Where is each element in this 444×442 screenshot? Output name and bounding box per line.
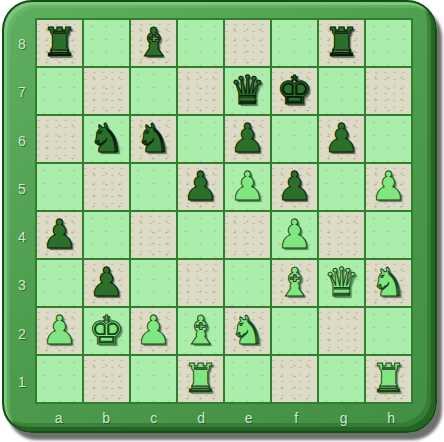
file-label: a [35,406,83,430]
square-d3[interactable] [178,260,223,306]
square-g6[interactable]: ♟ [319,116,364,162]
square-c5[interactable] [131,164,176,210]
square-e2[interactable]: ♞ [225,308,270,354]
chess-board: ♜♝♜♛♚♞♞♟♟♟♟♟♟♟♟♟♝♛♞♟♚♟♝♞♜♜ [35,18,413,404]
black-pawn[interactable]: ♟ [324,118,360,158]
square-g3[interactable]: ♛ [319,260,364,306]
square-e7[interactable]: ♛ [225,68,270,114]
square-g2[interactable] [319,308,364,354]
square-h8[interactable] [366,20,411,66]
file-label: b [83,406,131,430]
black-rook[interactable]: ♜ [42,22,78,62]
square-a3[interactable] [37,260,82,306]
square-b7[interactable] [84,68,129,114]
rank-label: 3 [10,261,34,309]
file-label: g [320,406,368,430]
file-label: d [178,406,226,430]
white-pawn[interactable]: ♟ [371,166,407,206]
rank-label: 4 [10,213,34,261]
white-knight[interactable]: ♞ [230,310,266,350]
square-a1[interactable] [37,356,82,402]
square-f6[interactable] [272,116,317,162]
file-label: h [368,406,416,430]
square-h3[interactable]: ♞ [366,260,411,306]
square-d2[interactable]: ♝ [178,308,223,354]
black-pawn[interactable]: ♟ [230,118,266,158]
square-a8[interactable]: ♜ [37,20,82,66]
white-bishop[interactable]: ♝ [183,310,219,350]
square-d1[interactable]: ♜ [178,356,223,402]
rank-label: 5 [10,165,34,213]
square-g8[interactable]: ♜ [319,20,364,66]
square-h4[interactable] [366,212,411,258]
file-label: e [225,406,273,430]
square-e4[interactable] [225,212,270,258]
square-c1[interactable] [131,356,176,402]
file-label: f [273,406,321,430]
black-bishop[interactable]: ♝ [136,22,172,62]
rank-label: 2 [10,310,34,358]
rank-label: 6 [10,117,34,165]
square-c8[interactable]: ♝ [131,20,176,66]
black-queen[interactable]: ♛ [230,70,266,110]
square-c4[interactable] [131,212,176,258]
black-king[interactable]: ♚ [277,70,313,110]
square-d5[interactable]: ♟ [178,164,223,210]
square-f4[interactable]: ♟ [272,212,317,258]
square-h6[interactable] [366,116,411,162]
rank-label: 1 [10,358,34,406]
square-f7[interactable]: ♚ [272,68,317,114]
white-queen[interactable]: ♛ [324,262,360,302]
square-e5[interactable]: ♟ [225,164,270,210]
rank-label: 8 [10,20,34,68]
square-d6[interactable] [178,116,223,162]
square-g4[interactable] [319,212,364,258]
square-b2[interactable]: ♚ [84,308,129,354]
square-d8[interactable] [178,20,223,66]
square-c2[interactable]: ♟ [131,308,176,354]
black-pawn[interactable]: ♟ [89,262,125,302]
square-h2[interactable] [366,308,411,354]
white-pawn[interactable]: ♟ [277,214,313,254]
white-pawn[interactable]: ♟ [230,166,266,206]
square-b1[interactable] [84,356,129,402]
square-g5[interactable] [319,164,364,210]
square-a7[interactable] [37,68,82,114]
square-h7[interactable] [366,68,411,114]
black-knight[interactable]: ♞ [136,118,172,158]
black-pawn[interactable]: ♟ [42,214,78,254]
square-a5[interactable] [37,164,82,210]
square-a2[interactable]: ♟ [37,308,82,354]
square-c6[interactable]: ♞ [131,116,176,162]
square-e3[interactable] [225,260,270,306]
black-knight[interactable]: ♞ [89,118,125,158]
square-d7[interactable] [178,68,223,114]
black-rook[interactable]: ♜ [324,22,360,62]
file-label: c [130,406,178,430]
square-f1[interactable] [272,356,317,402]
board-frame: 87654321 abcdefgh ♜♝♜♛♚♞♞♟♟♟♟♟♟♟♟♟♝♛♞♟♚♟… [2,0,437,433]
square-e6[interactable]: ♟ [225,116,270,162]
white-knight[interactable]: ♞ [371,262,407,302]
square-b3[interactable]: ♟ [84,260,129,306]
rank-labels: 87654321 [10,20,34,406]
white-pawn[interactable]: ♟ [136,310,172,350]
square-d4[interactable] [178,212,223,258]
square-h1[interactable]: ♜ [366,356,411,402]
square-f8[interactable] [272,20,317,66]
square-e8[interactable] [225,20,270,66]
square-b8[interactable] [84,20,129,66]
square-a4[interactable]: ♟ [37,212,82,258]
square-b6[interactable]: ♞ [84,116,129,162]
white-bishop[interactable]: ♝ [277,262,313,302]
file-labels: abcdefgh [35,406,415,430]
square-g1[interactable] [319,356,364,402]
black-pawn[interactable]: ♟ [277,166,313,206]
square-c3[interactable] [131,260,176,306]
square-g7[interactable] [319,68,364,114]
square-b4[interactable] [84,212,129,258]
square-f2[interactable] [272,308,317,354]
white-king[interactable]: ♚ [89,310,125,350]
square-f5[interactable]: ♟ [272,164,317,210]
square-c7[interactable] [131,68,176,114]
square-b5[interactable] [84,164,129,210]
square-h5[interactable]: ♟ [366,164,411,210]
white-rook[interactable]: ♜ [183,358,219,398]
black-pawn[interactable]: ♟ [183,166,219,206]
rank-label: 7 [10,68,34,116]
white-rook[interactable]: ♜ [371,358,407,398]
square-a6[interactable] [37,116,82,162]
square-f3[interactable]: ♝ [272,260,317,306]
white-pawn[interactable]: ♟ [42,310,78,350]
square-e1[interactable] [225,356,270,402]
